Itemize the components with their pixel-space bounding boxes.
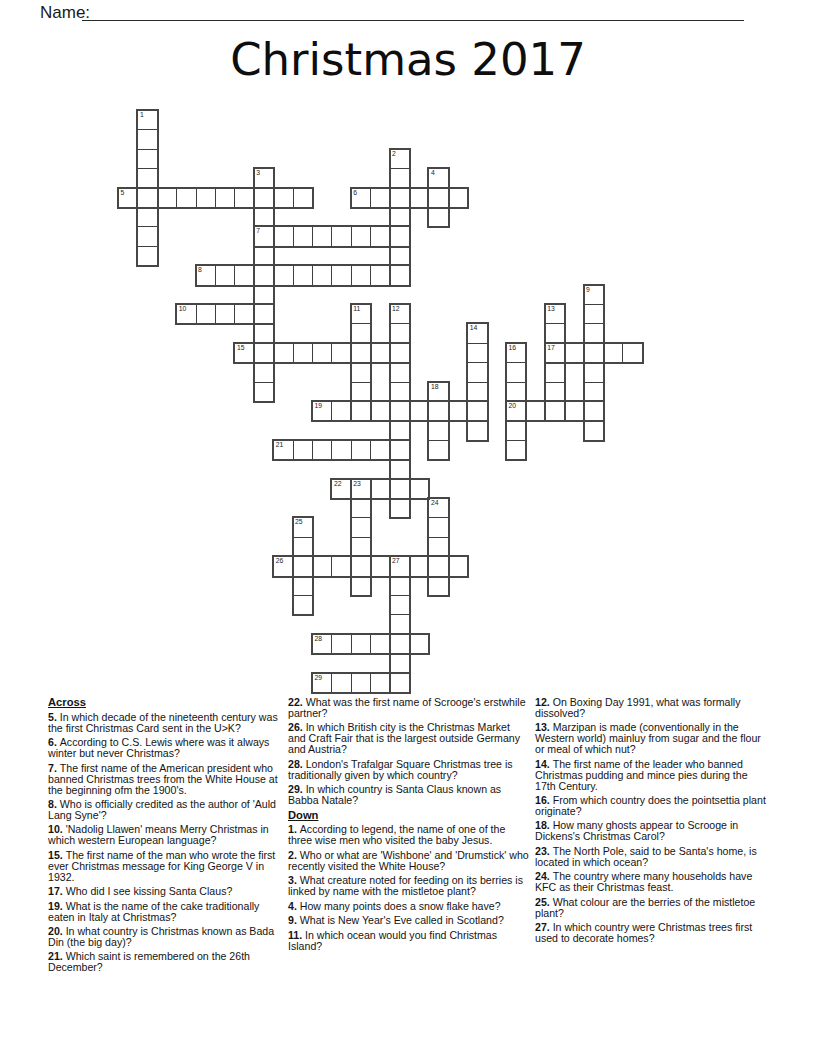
grid-cell[interactable]: [254, 188, 274, 208]
clue-9: 9. What is New Year's Eve called in Scot…: [288, 915, 530, 926]
grid-cell[interactable]: [137, 168, 157, 188]
grid-cell[interactable]: [351, 382, 371, 402]
grid-cell[interactable]: [545, 401, 565, 421]
grid-cell[interactable]: [196, 304, 216, 324]
grid-cell[interactable]: 18: [428, 382, 448, 402]
grid-cell[interactable]: 2: [390, 149, 410, 169]
grid-cell[interactable]: [351, 226, 371, 246]
crossword-grid: 5678101517192021222326272829123491112131…: [118, 110, 644, 694]
grid-cell[interactable]: [331, 556, 351, 576]
clue-25: 25. What colour are the berries of the m…: [535, 897, 768, 919]
grid-cell[interactable]: [331, 265, 351, 285]
grid-cell[interactable]: 14: [467, 323, 487, 343]
grid-cell[interactable]: [234, 304, 254, 324]
grid-cell[interactable]: 29: [312, 673, 332, 693]
grid-cell[interactable]: [370, 673, 390, 693]
cell-number: 11: [353, 305, 360, 313]
grid-cell[interactable]: [390, 382, 410, 402]
grid-cell[interactable]: [390, 226, 410, 246]
grid-cell[interactable]: [254, 323, 274, 343]
grid-cell[interactable]: [254, 343, 274, 363]
grid-cell[interactable]: 10: [176, 304, 196, 324]
grid-cell[interactable]: [312, 343, 332, 363]
cell-number: 27: [392, 557, 400, 565]
grid-cell[interactable]: [215, 265, 235, 285]
grid-cell[interactable]: 7: [254, 226, 274, 246]
clue-28: 28. London's Trafalgar Square Christmas …: [288, 759, 530, 781]
grid-cell[interactable]: [293, 556, 313, 576]
grid-cell[interactable]: [331, 440, 351, 460]
grid-cell[interactable]: 23: [351, 479, 371, 499]
clue-29: 29. In which country is Santa Claus know…: [288, 784, 530, 806]
cell-number: 4: [431, 169, 435, 177]
grid-cell[interactable]: [584, 382, 604, 402]
grid-cell[interactable]: [312, 226, 332, 246]
grid-cell[interactable]: [370, 479, 390, 499]
grid-cell[interactable]: [351, 440, 371, 460]
grid-cell[interactable]: [428, 556, 448, 576]
cell-number: 6: [353, 189, 357, 197]
grid-cell[interactable]: [428, 517, 448, 537]
grid-cell[interactable]: [506, 420, 526, 440]
clue-8: 8. Who is officially credited as the aut…: [48, 799, 285, 821]
cell-number: 1: [140, 111, 144, 119]
grid-cell[interactable]: [137, 149, 157, 169]
clue-column-2: 22. What was the first name of Scrooge's…: [288, 697, 530, 955]
grid-cell[interactable]: [545, 323, 565, 343]
grid-cell[interactable]: [370, 188, 390, 208]
grid-cell[interactable]: [390, 188, 410, 208]
grid-cell[interactable]: [390, 440, 410, 460]
grid-cell[interactable]: [390, 634, 410, 654]
grid-cell[interactable]: [351, 362, 371, 382]
grid-cell[interactable]: [584, 362, 604, 382]
grid-cell[interactable]: [409, 556, 429, 576]
grid-cell[interactable]: [293, 343, 313, 363]
grid-cell[interactable]: [351, 556, 371, 576]
grid-cell[interactable]: [370, 226, 390, 246]
clue-3: 3. What creature noted for feeding on it…: [288, 875, 530, 897]
grid-cell[interactable]: [584, 343, 604, 363]
cell-number: 28: [315, 635, 323, 643]
clue-5: 5. In which decade of the nineteenth cen…: [48, 712, 285, 734]
clue-14: 14. The first name of the leader who ban…: [535, 759, 768, 792]
clue-20: 20. In what country is Christmas known a…: [48, 926, 285, 948]
grid-cell[interactable]: 15: [234, 343, 254, 363]
grid-cell[interactable]: [273, 265, 293, 285]
grid-cell[interactable]: 1: [137, 110, 157, 130]
grid-cell[interactable]: [622, 343, 642, 363]
cell-number: 19: [315, 402, 323, 410]
grid-cell[interactable]: [564, 401, 584, 421]
cell-number: 25: [295, 518, 303, 526]
grid-cell[interactable]: [525, 401, 545, 421]
cell-number: 20: [509, 402, 517, 410]
page-title: Christmas 2017: [0, 33, 816, 86]
grid-cell[interactable]: [390, 498, 410, 518]
grid-cell[interactable]: [351, 498, 371, 518]
grid-cell[interactable]: [273, 343, 293, 363]
grid-cell[interactable]: [370, 556, 390, 576]
grid-cell[interactable]: [351, 537, 371, 557]
cell-number: 17: [547, 344, 555, 352]
grid-cell[interactable]: [545, 362, 565, 382]
grid-cell[interactable]: [254, 304, 274, 324]
grid-cell[interactable]: [137, 246, 157, 266]
cell-number: 15: [237, 344, 245, 352]
grid-cell[interactable]: [254, 285, 274, 305]
grid-cell[interactable]: [409, 634, 429, 654]
grid-cell[interactable]: [293, 188, 313, 208]
cell-number: 23: [353, 480, 361, 488]
grid-cell[interactable]: [273, 188, 293, 208]
cell-number: 10: [179, 305, 187, 313]
grid-cell[interactable]: [390, 343, 410, 363]
grid-cell[interactable]: [390, 576, 410, 596]
cell-number: 29: [315, 674, 323, 682]
grid-cell[interactable]: 9: [584, 285, 604, 305]
grid-cell[interactable]: [312, 265, 332, 285]
grid-cell[interactable]: [390, 459, 410, 479]
grid-cell[interactable]: [506, 362, 526, 382]
grid-cell[interactable]: [293, 265, 313, 285]
grid-cell[interactable]: [467, 382, 487, 402]
grid-cell[interactable]: 21: [273, 440, 293, 460]
grid-cell[interactable]: [603, 343, 623, 363]
clue-11: 11. In which ocean would you find Christ…: [288, 930, 530, 952]
grid-cell[interactable]: [584, 304, 604, 324]
grid-cell[interactable]: [254, 382, 274, 402]
grid-cell[interactable]: [448, 556, 468, 576]
clue-15: 15. The first name of the man who wrote …: [48, 850, 285, 883]
grid-cell[interactable]: [234, 188, 254, 208]
clue-17: 17. Who did I see kissing Santa Claus?: [48, 886, 285, 897]
grid-cell[interactable]: [312, 556, 332, 576]
grid-cell[interactable]: [390, 614, 410, 634]
cell-number: 13: [547, 305, 555, 313]
grid-cell[interactable]: [390, 420, 410, 440]
grid-cell[interactable]: [545, 382, 565, 402]
grid-cell[interactable]: [390, 323, 410, 343]
grid-cell[interactable]: [254, 246, 274, 266]
clue-column-3: 12. On Boxing Day 1991, what was formall…: [535, 697, 768, 947]
worksheet-page: Name: Christmas 2017 5678101517192021222…: [0, 0, 816, 1056]
grid-cell[interactable]: [370, 401, 390, 421]
grid-cell[interactable]: 3: [254, 168, 274, 188]
grid-cell[interactable]: 11: [351, 304, 371, 324]
cell-number: 9: [586, 286, 590, 294]
clue-2: 2. Who or what are 'Wishbone' and 'Drums…: [288, 850, 530, 872]
grid-cell[interactable]: 20: [506, 401, 526, 421]
grid-cell[interactable]: [196, 188, 216, 208]
clue-19: 19. What is the name of the cake traditi…: [48, 901, 285, 923]
grid-cell[interactable]: 6: [351, 188, 371, 208]
name-blank-line: [82, 2, 744, 21]
grid-cell[interactable]: [428, 576, 448, 596]
grid-cell[interactable]: [331, 634, 351, 654]
grid-cell[interactable]: [351, 517, 371, 537]
cell-number: 3: [256, 169, 260, 177]
grid-cell[interactable]: [234, 265, 254, 285]
grid-cell[interactable]: 5: [118, 188, 138, 208]
cell-number: 21: [276, 441, 284, 449]
grid-cell[interactable]: [351, 343, 371, 363]
grid-cell[interactable]: [584, 420, 604, 440]
grid-cell[interactable]: 22: [331, 479, 351, 499]
grid-cell[interactable]: [370, 440, 390, 460]
grid-cell[interactable]: [467, 362, 487, 382]
cell-number: 5: [121, 189, 125, 197]
grid-cell[interactable]: [390, 168, 410, 188]
clue-21: 21. Which saint is remembered on the 26t…: [48, 951, 285, 973]
grid-cell[interactable]: [312, 440, 332, 460]
grid-cell[interactable]: [409, 188, 429, 208]
clue-7: 7. The first name of the American presid…: [48, 763, 285, 796]
grid-cell[interactable]: [157, 188, 177, 208]
grid-cell[interactable]: 28: [312, 634, 332, 654]
grid-cell[interactable]: [137, 226, 157, 246]
clue-16: 16. From which country does the pointset…: [535, 795, 768, 817]
grid-cell[interactable]: [293, 226, 313, 246]
grid-cell[interactable]: 17: [545, 343, 565, 363]
grid-cell[interactable]: [370, 265, 390, 285]
grid-cell[interactable]: [370, 343, 390, 363]
grid-cell[interactable]: [293, 440, 313, 460]
grid-cell[interactable]: [351, 265, 371, 285]
grid-cell[interactable]: [351, 323, 371, 343]
cell-number: 14: [470, 324, 478, 332]
clue-12: 12. On Boxing Day 1991, what was formall…: [535, 697, 768, 719]
grid-cell[interactable]: [584, 401, 604, 421]
grid-cell[interactable]: 24: [428, 498, 448, 518]
grid-cell[interactable]: [254, 362, 274, 382]
grid-cell[interactable]: [390, 595, 410, 615]
grid-cell[interactable]: [390, 479, 410, 499]
grid-cell[interactable]: [390, 265, 410, 285]
grid-cell[interactable]: [137, 207, 157, 227]
grid-cell[interactable]: 4: [428, 168, 448, 188]
cell-number: 24: [431, 499, 439, 507]
grid-cell[interactable]: [370, 634, 390, 654]
grid-cell[interactable]: [467, 401, 487, 421]
grid-cell[interactable]: [254, 207, 274, 227]
grid-cell[interactable]: [564, 343, 584, 363]
clue-22: 22. What was the first name of Scrooge's…: [288, 697, 530, 719]
cell-number: 22: [334, 480, 342, 488]
cell-number: 18: [431, 383, 439, 391]
grid-cell[interactable]: [137, 129, 157, 149]
grid-cell[interactable]: [293, 576, 313, 596]
grid-cell[interactable]: [428, 420, 448, 440]
grid-cell[interactable]: [409, 401, 429, 421]
grid-cell[interactable]: 8: [196, 265, 216, 285]
cell-number: 8: [198, 266, 202, 274]
clue-24: 24. The country where many households ha…: [535, 871, 768, 893]
cell-number: 12: [392, 305, 400, 313]
grid-cell[interactable]: [467, 343, 487, 363]
grid-cell[interactable]: [448, 188, 468, 208]
clue-column-1: Across5. In which decade of the nineteen…: [48, 697, 285, 977]
clue-23: 23. The North Pole, said to be Santa's h…: [535, 846, 768, 868]
grid-cell[interactable]: [428, 207, 448, 227]
clue-13: 13. Marzipan is made (conventionally in …: [535, 722, 768, 755]
grid-cell[interactable]: [506, 440, 526, 460]
grid-cell[interactable]: 25: [293, 517, 313, 537]
grid-cell[interactable]: [390, 653, 410, 673]
grid-cell[interactable]: [351, 401, 371, 421]
clue-10: 10. 'Nadolig Llawen' means Merry Christm…: [48, 824, 285, 846]
clues-header-down: Down: [288, 810, 530, 821]
clue-1: 1. According to legend, the name of one …: [288, 824, 530, 846]
grid-cell[interactable]: [273, 226, 293, 246]
grid-cell[interactable]: 26: [273, 556, 293, 576]
grid-cell[interactable]: [293, 537, 313, 557]
grid-cell[interactable]: [409, 479, 429, 499]
grid-cell[interactable]: [428, 537, 448, 557]
grid-cell[interactable]: [390, 362, 410, 382]
grid-cell[interactable]: 27: [390, 556, 410, 576]
grid-cell[interactable]: [331, 673, 351, 693]
grid-cell[interactable]: [428, 401, 448, 421]
grid-cell[interactable]: [176, 188, 196, 208]
grid-cell[interactable]: [390, 246, 410, 266]
grid-cell[interactable]: [215, 304, 235, 324]
grid-cell[interactable]: [331, 401, 351, 421]
grid-cell[interactable]: [215, 188, 235, 208]
grid-cell[interactable]: [467, 420, 487, 440]
grid-cell[interactable]: [293, 595, 313, 615]
grid-cell[interactable]: [428, 188, 448, 208]
cell-number: 26: [276, 557, 284, 565]
grid-cell[interactable]: [506, 382, 526, 402]
grid-cell[interactable]: [137, 188, 157, 208]
grid-cell[interactable]: [254, 265, 274, 285]
grid-cell[interactable]: [584, 323, 604, 343]
grid-cell[interactable]: 19: [312, 401, 332, 421]
grid-cell[interactable]: 16: [506, 343, 526, 363]
cell-number: 16: [509, 344, 517, 352]
grid-cell[interactable]: [390, 207, 410, 227]
grid-cell[interactable]: [390, 401, 410, 421]
clue-4: 4. How many points does a snow flake hav…: [288, 901, 530, 912]
grid-cell[interactable]: [351, 576, 371, 596]
clue-18: 18. How many ghosts appear to Scrooge in…: [535, 820, 768, 842]
grid-cell[interactable]: [331, 343, 351, 363]
clues-header-across: Across: [48, 697, 285, 708]
cell-number: 7: [256, 227, 260, 235]
cell-number: 2: [392, 150, 396, 158]
grid-cell[interactable]: [390, 673, 410, 693]
clue-27: 27. In which country were Christmas tree…: [535, 922, 768, 944]
clue-6: 6. According to C.S. Lewis where was it …: [48, 737, 285, 759]
grid-cell[interactable]: [331, 226, 351, 246]
grid-cell[interactable]: [351, 634, 371, 654]
grid-cell[interactable]: [428, 440, 448, 460]
grid-cell[interactable]: [351, 673, 371, 693]
grid-cell[interactable]: [448, 401, 468, 421]
clue-26: 26. In which British city is the Christm…: [288, 722, 530, 755]
grid-cell[interactable]: 12: [390, 304, 410, 324]
grid-cell[interactable]: 13: [545, 304, 565, 324]
